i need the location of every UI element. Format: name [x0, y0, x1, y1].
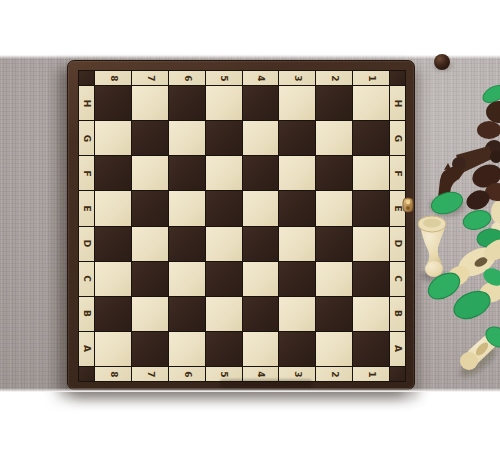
coord-top-8: 8 [95, 71, 131, 85]
square-b6 [169, 297, 205, 331]
square-a3 [279, 332, 315, 366]
square-h2 [316, 86, 352, 120]
coord-left-F: F [79, 156, 94, 190]
coord-label: 8 [108, 371, 117, 377]
coord-label: D [82, 240, 91, 247]
square-c4 [243, 262, 279, 296]
square-a1 [353, 332, 389, 366]
square-f8 [95, 156, 131, 190]
square-e7 [132, 191, 168, 225]
coord-right-H: H [390, 86, 405, 120]
square-h7 [132, 86, 168, 120]
coord-label: 5 [219, 75, 228, 81]
coord-left-H: H [79, 86, 94, 120]
square-h1 [353, 86, 389, 120]
coord-left-B: B [79, 297, 94, 331]
board-corner [390, 367, 405, 381]
coord-label: 6 [182, 371, 191, 377]
square-e1 [353, 191, 389, 225]
square-e2 [316, 191, 352, 225]
square-d6 [169, 227, 205, 261]
square-f3 [279, 156, 315, 190]
square-g1 [353, 121, 389, 155]
square-d7 [132, 227, 168, 261]
square-g3 [279, 121, 315, 155]
square-g4 [243, 121, 279, 155]
square-a2 [316, 332, 352, 366]
coord-top-4: 4 [243, 71, 279, 85]
square-e3 [279, 191, 315, 225]
coord-label: 4 [256, 75, 265, 81]
coord-top-7: 7 [132, 71, 168, 85]
square-d4 [243, 227, 279, 261]
square-h5 [206, 86, 242, 120]
square-a8 [95, 332, 131, 366]
square-f5 [206, 156, 242, 190]
coord-right-B: B [390, 297, 405, 331]
coord-label: C [393, 275, 402, 282]
coord-bottom-8: 8 [95, 367, 131, 381]
square-c3 [279, 262, 315, 296]
square-c7 [132, 262, 168, 296]
coord-label: G [393, 134, 402, 141]
coord-top-2: 2 [316, 71, 352, 85]
board-corner [79, 71, 94, 85]
coord-label: 4 [256, 371, 265, 377]
coord-top-3: 3 [279, 71, 315, 85]
square-b3 [279, 297, 315, 331]
maker-stamp [220, 379, 312, 388]
coord-right-F: F [390, 156, 405, 190]
square-f1 [353, 156, 389, 190]
square-c2 [316, 262, 352, 296]
coord-right-A: A [390, 332, 405, 366]
coord-top-5: 5 [206, 71, 242, 85]
square-a4 [243, 332, 279, 366]
square-e4 [243, 191, 279, 225]
coord-right-E: E [390, 191, 405, 225]
square-d1 [353, 227, 389, 261]
coord-label: 5 [219, 371, 228, 377]
coord-left-C: C [79, 262, 94, 296]
square-f6 [169, 156, 205, 190]
coord-left-A: A [79, 332, 94, 366]
coord-label: D [393, 240, 402, 247]
square-d8 [95, 227, 131, 261]
square-g8 [95, 121, 131, 155]
square-h3 [279, 86, 315, 120]
coord-label: 2 [330, 371, 339, 377]
coord-label: 2 [330, 75, 339, 81]
coord-label: A [82, 345, 91, 352]
coord-right-D: D [390, 227, 405, 261]
coord-label: E [393, 205, 402, 211]
square-h6 [169, 86, 205, 120]
square-b4 [243, 297, 279, 331]
coord-label: C [82, 275, 91, 282]
square-c6 [169, 262, 205, 296]
square-b1 [353, 297, 389, 331]
square-b5 [206, 297, 242, 331]
square-g7 [132, 121, 168, 155]
board-grid: 87654321HHGGFFEEDDCCBBAA87654321 [78, 70, 406, 382]
board-corner [79, 367, 94, 381]
square-b2 [316, 297, 352, 331]
square-e5 [206, 191, 242, 225]
chess-board: 87654321HHGGFFEEDDCCBBAA87654321 [67, 60, 415, 390]
coord-right-C: C [390, 262, 405, 296]
coord-bottom-2: 2 [316, 367, 352, 381]
coord-label: 1 [367, 371, 376, 377]
coord-label: F [393, 170, 402, 176]
coord-label: 3 [293, 75, 302, 81]
square-e8 [95, 191, 131, 225]
square-e6 [169, 191, 205, 225]
square-d2 [316, 227, 352, 261]
square-g2 [316, 121, 352, 155]
coord-label: 6 [182, 75, 191, 81]
square-g5 [206, 121, 242, 155]
square-c1 [353, 262, 389, 296]
square-a7 [132, 332, 168, 366]
board-corner [390, 71, 405, 85]
square-f4 [243, 156, 279, 190]
square-h4 [243, 86, 279, 120]
coord-bottom-6: 6 [169, 367, 205, 381]
square-f2 [316, 156, 352, 190]
coord-label: H [393, 99, 402, 107]
coord-label: 7 [145, 75, 154, 81]
coord-left-D: D [79, 227, 94, 261]
product-photo: 87654321HHGGFFEEDDCCBBAA87654321 [0, 0, 500, 450]
square-f7 [132, 156, 168, 190]
coord-bottom-7: 7 [132, 367, 168, 381]
coord-top-1: 1 [353, 71, 389, 85]
coord-label: H [82, 99, 91, 107]
fabric-background: 87654321HHGGFFEEDDCCBBAA87654321 [0, 55, 500, 392]
coord-label: B [393, 310, 402, 317]
coord-left-G: G [79, 121, 94, 155]
square-d5 [206, 227, 242, 261]
square-d3 [279, 227, 315, 261]
coord-right-G: G [390, 121, 405, 155]
square-a6 [169, 332, 205, 366]
square-g6 [169, 121, 205, 155]
coord-top-6: 6 [169, 71, 205, 85]
square-b7 [132, 297, 168, 331]
square-h8 [95, 86, 131, 120]
square-c5 [206, 262, 242, 296]
coord-label: F [82, 170, 91, 176]
square-c8 [95, 262, 131, 296]
coord-label: G [82, 134, 91, 141]
coord-label: 3 [293, 371, 302, 377]
coord-label: 8 [108, 75, 117, 81]
coord-label: 7 [145, 371, 154, 377]
coord-left-E: E [79, 191, 94, 225]
coord-bottom-1: 1 [353, 367, 389, 381]
coord-label: E [82, 205, 91, 211]
coord-label: B [82, 310, 91, 317]
square-a5 [206, 332, 242, 366]
square-b8 [95, 297, 131, 331]
coord-label: A [393, 345, 402, 352]
coord-label: 1 [367, 75, 376, 81]
